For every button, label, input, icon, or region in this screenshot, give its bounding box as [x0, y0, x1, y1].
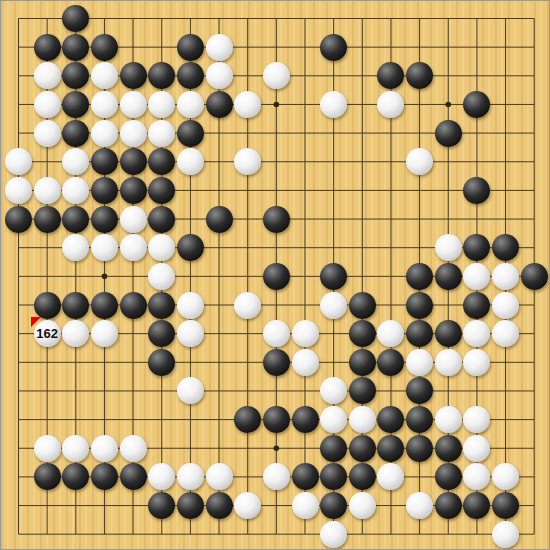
stone-black: [177, 492, 204, 519]
stone-white: [492, 292, 519, 319]
stone-black: [206, 206, 233, 233]
stone-black: [292, 406, 319, 433]
stone-white: [34, 177, 61, 204]
stone-white: [463, 349, 490, 376]
stone-black: [263, 206, 290, 233]
stone-black: [492, 492, 519, 519]
stone-black: [177, 234, 204, 261]
stone-white: [34, 120, 61, 147]
stone-black: [120, 463, 147, 490]
stone-black: [263, 263, 290, 290]
stone-white: [5, 177, 32, 204]
stone-black: [91, 148, 118, 175]
stone-black: [120, 148, 147, 175]
stone-black: [91, 177, 118, 204]
stone-black: [349, 349, 376, 376]
stone-white: [120, 206, 147, 233]
stone-black: [406, 263, 433, 290]
stone-black: [292, 463, 319, 490]
stone-white: [62, 435, 89, 462]
stone-black: [34, 463, 61, 490]
stone-white: [120, 120, 147, 147]
stone-black: [263, 349, 290, 376]
stone-white: [177, 148, 204, 175]
stone-black: [62, 206, 89, 233]
move-number-label: 162: [36, 327, 58, 340]
stone-black: [349, 320, 376, 347]
stone-black: [34, 34, 61, 61]
stone-white: [263, 62, 290, 89]
stone-white: [91, 320, 118, 347]
stone-black: [62, 34, 89, 61]
go-board[interactable]: 162: [0, 0, 550, 550]
stone-black: [263, 406, 290, 433]
stone-black: [435, 463, 462, 490]
stone-white: [34, 91, 61, 118]
stone-black: [206, 91, 233, 118]
stone-black: [34, 206, 61, 233]
stone-black: [120, 177, 147, 204]
stone-white: [177, 320, 204, 347]
stone-black: [320, 492, 347, 519]
stone-white: [349, 406, 376, 433]
stone-white: [91, 120, 118, 147]
stone-black: [120, 292, 147, 319]
stone-black: [62, 120, 89, 147]
stone-black: [148, 349, 175, 376]
stone-black: [91, 34, 118, 61]
stone-white: [148, 120, 175, 147]
stone-white: [492, 521, 519, 548]
stone-black: [435, 320, 462, 347]
stone-black: [177, 62, 204, 89]
stone-white: [234, 91, 261, 118]
stone-white: [177, 292, 204, 319]
stone-black: [34, 292, 61, 319]
stone-black: [320, 34, 347, 61]
last-move-marker: [31, 317, 41, 327]
stone-black: [435, 263, 462, 290]
stone-black: [177, 120, 204, 147]
stone-white: [349, 492, 376, 519]
stone-black: [177, 34, 204, 61]
stone-black: [406, 435, 433, 462]
stone-white: [435, 406, 462, 433]
stone-black: [148, 292, 175, 319]
stone-white: [435, 349, 462, 376]
stone-white: [62, 177, 89, 204]
stone-white: [320, 91, 347, 118]
stone-white: [177, 91, 204, 118]
stone-black: [521, 263, 548, 290]
stone-white: [120, 91, 147, 118]
stone-white: [492, 320, 519, 347]
stone-white: [120, 234, 147, 261]
stone-white: 162: [34, 320, 61, 347]
stone-white: [206, 463, 233, 490]
stone-black: [91, 292, 118, 319]
stone-black: [148, 206, 175, 233]
stone-white: [292, 492, 319, 519]
stone-black: [148, 177, 175, 204]
stone-white: [91, 435, 118, 462]
stone-black: [406, 406, 433, 433]
stone-white: [148, 91, 175, 118]
stone-black: [435, 492, 462, 519]
stone-white: [34, 62, 61, 89]
stone-black: [91, 206, 118, 233]
stone-black: [320, 435, 347, 462]
stone-white: [206, 62, 233, 89]
star-point: [274, 102, 280, 108]
star-point: [102, 274, 108, 280]
stone-white: [120, 435, 147, 462]
stone-black: [463, 292, 490, 319]
stone-black: [349, 435, 376, 462]
stone-white: [492, 263, 519, 290]
stone-black: [62, 292, 89, 319]
stone-white: [234, 292, 261, 319]
stone-white: [292, 349, 319, 376]
stone-black: [406, 292, 433, 319]
stone-white: [320, 292, 347, 319]
stone-black: [435, 435, 462, 462]
stone-white: [435, 234, 462, 261]
stone-black: [320, 263, 347, 290]
stone-white: [320, 521, 347, 548]
star-point: [445, 102, 451, 108]
stone-black: [5, 206, 32, 233]
stone-black: [120, 62, 147, 89]
stone-white: [463, 435, 490, 462]
stone-white: [91, 234, 118, 261]
stone-white: [406, 492, 433, 519]
stone-black: [349, 292, 376, 319]
stone-black: [377, 435, 404, 462]
stone-white: [263, 320, 290, 347]
stone-white: [206, 34, 233, 61]
stone-white: [91, 91, 118, 118]
stone-white: [148, 263, 175, 290]
stone-black: [206, 492, 233, 519]
stone-white: [292, 320, 319, 347]
star-point: [274, 445, 280, 451]
stone-black: [349, 463, 376, 490]
stone-white: [406, 349, 433, 376]
stone-white: [34, 435, 61, 462]
stone-black: [435, 120, 462, 147]
